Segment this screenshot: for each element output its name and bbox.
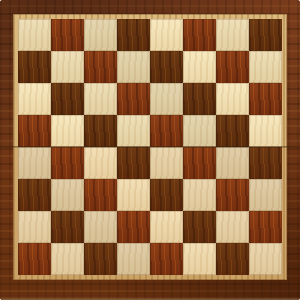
square-d1[interactable]	[117, 243, 150, 275]
square-a2[interactable]	[18, 211, 51, 243]
square-c1[interactable]	[84, 243, 117, 275]
square-e2[interactable]	[150, 211, 183, 243]
square-c4[interactable]	[84, 147, 117, 179]
square-b7[interactable]	[51, 51, 84, 83]
square-c7[interactable]	[84, 51, 117, 83]
board-photo	[0, 0, 300, 300]
square-g7[interactable]	[216, 51, 249, 83]
square-g5[interactable]	[216, 115, 249, 147]
square-e4[interactable]	[150, 147, 183, 179]
square-h8[interactable]	[249, 19, 282, 51]
square-e7[interactable]	[150, 51, 183, 83]
square-a1[interactable]	[18, 243, 51, 275]
square-f6[interactable]	[183, 83, 216, 115]
square-h7[interactable]	[249, 51, 282, 83]
square-a8[interactable]	[18, 19, 51, 51]
square-f3[interactable]	[183, 179, 216, 211]
square-c3[interactable]	[84, 179, 117, 211]
square-h2[interactable]	[249, 211, 282, 243]
square-d6[interactable]	[117, 83, 150, 115]
square-g1[interactable]	[216, 243, 249, 275]
square-h1[interactable]	[249, 243, 282, 275]
square-c2[interactable]	[84, 211, 117, 243]
square-b2[interactable]	[51, 211, 84, 243]
square-b3[interactable]	[51, 179, 84, 211]
square-b1[interactable]	[51, 243, 84, 275]
board-frame	[0, 0, 300, 300]
square-a7[interactable]	[18, 51, 51, 83]
square-f2[interactable]	[183, 211, 216, 243]
square-h3[interactable]	[249, 179, 282, 211]
square-e8[interactable]	[150, 19, 183, 51]
square-c6[interactable]	[84, 83, 117, 115]
square-e6[interactable]	[150, 83, 183, 115]
square-b8[interactable]	[51, 19, 84, 51]
square-a5[interactable]	[18, 115, 51, 147]
square-g6[interactable]	[216, 83, 249, 115]
square-e5[interactable]	[150, 115, 183, 147]
square-a3[interactable]	[18, 179, 51, 211]
square-h5[interactable]	[249, 115, 282, 147]
square-g8[interactable]	[216, 19, 249, 51]
square-d3[interactable]	[117, 179, 150, 211]
square-g3[interactable]	[216, 179, 249, 211]
square-b6[interactable]	[51, 83, 84, 115]
square-d5[interactable]	[117, 115, 150, 147]
square-g4[interactable]	[216, 147, 249, 179]
square-d4[interactable]	[117, 147, 150, 179]
square-f4[interactable]	[183, 147, 216, 179]
square-f5[interactable]	[183, 115, 216, 147]
chessboard-grid[interactable]	[18, 19, 282, 275]
inlay-border-strip	[13, 14, 287, 280]
square-d8[interactable]	[117, 19, 150, 51]
square-e3[interactable]	[150, 179, 183, 211]
square-a4[interactable]	[18, 147, 51, 179]
square-d2[interactable]	[117, 211, 150, 243]
square-h4[interactable]	[249, 147, 282, 179]
square-b5[interactable]	[51, 115, 84, 147]
square-c5[interactable]	[84, 115, 117, 147]
square-g2[interactable]	[216, 211, 249, 243]
square-f7[interactable]	[183, 51, 216, 83]
square-f8[interactable]	[183, 19, 216, 51]
square-b4[interactable]	[51, 147, 84, 179]
square-e1[interactable]	[150, 243, 183, 275]
square-d7[interactable]	[117, 51, 150, 83]
square-c8[interactable]	[84, 19, 117, 51]
square-h6[interactable]	[249, 83, 282, 115]
square-a6[interactable]	[18, 83, 51, 115]
square-f1[interactable]	[183, 243, 216, 275]
